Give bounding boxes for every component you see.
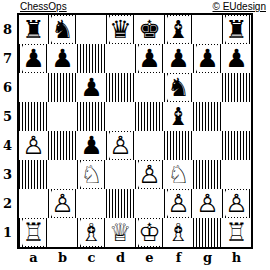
square-h4[interactable]	[222, 131, 251, 160]
white-bishop-piece: ♗	[80, 219, 104, 246]
white-pawn-piece: ♙	[167, 190, 191, 217]
white-pawn-piece: ♙	[109, 132, 133, 159]
white-king-piece: ♔	[138, 219, 162, 246]
square-d6[interactable]	[106, 73, 135, 102]
square-a2[interactable]	[19, 189, 48, 218]
rank-label-1: 1	[0, 218, 15, 247]
square-f4[interactable]	[164, 131, 193, 160]
black-pawn-piece: ♟	[225, 45, 249, 72]
square-c4[interactable]: ♟	[77, 131, 106, 160]
square-h5[interactable]	[222, 102, 251, 131]
square-b8[interactable]: ♞	[48, 15, 77, 44]
black-bishop-piece: ♝	[167, 103, 191, 130]
white-pawn-piece: ♙	[138, 161, 162, 188]
square-e4[interactable]	[135, 131, 164, 160]
black-knight-piece: ♞	[51, 16, 75, 43]
square-g5[interactable]	[193, 102, 222, 131]
square-d2[interactable]	[106, 189, 135, 218]
square-d3[interactable]	[106, 160, 135, 189]
white-bishop-piece: ♗	[167, 219, 191, 246]
square-d7[interactable]	[106, 44, 135, 73]
square-e1[interactable]: ♔	[135, 218, 164, 247]
square-e5[interactable]	[135, 102, 164, 131]
square-c6[interactable]: ♟	[77, 73, 106, 102]
black-pawn-piece: ♟	[167, 45, 191, 72]
app-title-link[interactable]: ChessOps	[20, 1, 67, 12]
rank-label-5: 5	[0, 102, 15, 131]
square-h3[interactable]	[222, 160, 251, 189]
square-c5[interactable]	[77, 102, 106, 131]
square-d8[interactable]: ♛	[106, 15, 135, 44]
square-d1[interactable]: ♕	[106, 218, 135, 247]
square-a1[interactable]: ♖	[19, 218, 48, 247]
rank-label-8: 8	[0, 15, 15, 44]
square-e2[interactable]	[135, 189, 164, 218]
black-pawn-piece: ♟	[22, 45, 46, 72]
square-a3[interactable]	[19, 160, 48, 189]
square-g2[interactable]: ♙	[193, 189, 222, 218]
square-g6[interactable]	[193, 73, 222, 102]
square-g4[interactable]	[193, 131, 222, 160]
rank-label-4: 4	[0, 131, 15, 160]
white-knight-piece: ♘	[167, 161, 191, 188]
square-b3[interactable]	[48, 160, 77, 189]
square-f7[interactable]: ♟	[164, 44, 193, 73]
square-a7[interactable]: ♟	[19, 44, 48, 73]
white-pawn-piece: ♙	[196, 190, 220, 217]
file-label-d: d	[106, 250, 135, 266]
square-a6[interactable]	[19, 73, 48, 102]
file-label-h: h	[222, 250, 251, 266]
square-h6[interactable]	[222, 73, 251, 102]
rank-label-2: 2	[0, 189, 15, 218]
file-label-f: f	[164, 250, 193, 266]
square-a5[interactable]	[19, 102, 48, 131]
square-b4[interactable]	[48, 131, 77, 160]
file-label-b: b	[48, 250, 77, 266]
square-c3[interactable]: ♘	[77, 160, 106, 189]
square-e8[interactable]: ♚	[135, 15, 164, 44]
white-knight-piece: ♘	[80, 161, 104, 188]
file-label-a: a	[19, 250, 48, 266]
square-b5[interactable]	[48, 102, 77, 131]
white-rook-piece: ♖	[225, 219, 249, 246]
white-pawn-piece: ♙	[225, 190, 249, 217]
square-f8[interactable]: ♝	[164, 15, 193, 44]
black-queen-piece: ♛	[109, 16, 133, 43]
square-f2[interactable]: ♙	[164, 189, 193, 218]
square-f1[interactable]: ♗	[164, 218, 193, 247]
file-label-e: e	[135, 250, 164, 266]
rank-label-3: 3	[0, 160, 15, 189]
file-label-g: g	[193, 250, 222, 266]
square-a8[interactable]: ♜	[19, 15, 48, 44]
square-b2[interactable]: ♙	[48, 189, 77, 218]
square-c2[interactable]	[77, 189, 106, 218]
square-c8[interactable]	[77, 15, 106, 44]
square-c1[interactable]: ♗	[77, 218, 106, 247]
black-bishop-piece: ♝	[167, 16, 191, 43]
file-label-c: c	[77, 250, 106, 266]
square-h1[interactable]: ♖	[222, 218, 251, 247]
square-b1[interactable]	[48, 218, 77, 247]
black-king-piece: ♚	[138, 16, 162, 43]
black-pawn-piece: ♟	[51, 45, 75, 72]
square-g8[interactable]	[193, 15, 222, 44]
square-f3[interactable]: ♘	[164, 160, 193, 189]
black-pawn-piece: ♟	[196, 45, 220, 72]
black-pawn-piece: ♟	[138, 45, 162, 72]
square-a4[interactable]: ♙	[19, 131, 48, 160]
black-pawn-piece: ♟	[80, 132, 104, 159]
white-pawn-piece: ♙	[22, 132, 46, 159]
square-e6[interactable]	[135, 73, 164, 102]
square-e3[interactable]: ♙	[135, 160, 164, 189]
white-rook-piece: ♖	[22, 219, 46, 246]
square-b7[interactable]: ♟	[48, 44, 77, 73]
black-pawn-piece: ♟	[80, 74, 104, 101]
chess-diagram: ChessOps © EUdesign 87654321 ♜♞♛♚♝♜♟♟♟♟♟…	[0, 0, 270, 270]
square-d4[interactable]: ♙	[106, 131, 135, 160]
copyright-link[interactable]: © EUdesign	[212, 1, 266, 12]
square-h8[interactable]: ♜	[222, 15, 251, 44]
square-c7[interactable]	[77, 44, 106, 73]
square-f6[interactable]: ♞	[164, 73, 193, 102]
black-rook-piece: ♜	[22, 16, 46, 43]
square-g1[interactable]	[193, 218, 222, 247]
rank-label-7: 7	[0, 44, 15, 73]
chess-board: ♜♞♛♚♝♜♟♟♟♟♟♟♟♞♝♙♟♙♘♙♘♙♙♙♙♖♗♕♔♗♖	[17, 13, 253, 249]
rank-label-6: 6	[0, 73, 15, 102]
square-f5[interactable]: ♝	[164, 102, 193, 131]
white-queen-piece: ♕	[109, 219, 133, 246]
square-g7[interactable]: ♟	[193, 44, 222, 73]
square-h7[interactable]: ♟	[222, 44, 251, 73]
square-h2[interactable]: ♙	[222, 189, 251, 218]
square-b6[interactable]	[48, 73, 77, 102]
square-e7[interactable]: ♟	[135, 44, 164, 73]
white-pawn-piece: ♙	[51, 190, 75, 217]
square-d5[interactable]	[106, 102, 135, 131]
black-knight-piece: ♞	[167, 74, 191, 101]
square-g3[interactable]	[193, 160, 222, 189]
black-rook-piece: ♜	[225, 16, 249, 43]
